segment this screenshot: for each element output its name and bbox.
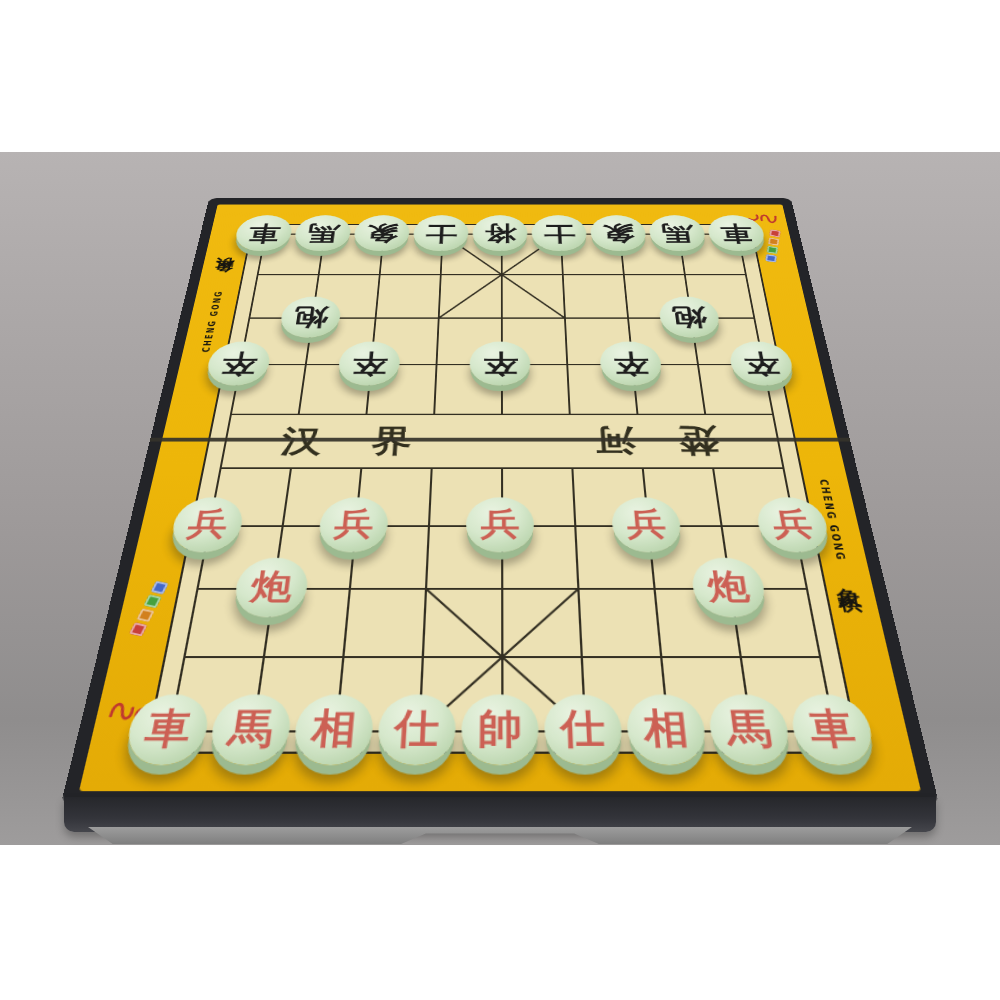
piece-red-馬[interactable]: 馬 [207,694,294,765]
piece-glyph: 炮 [291,297,331,338]
piece-black-将[interactable]: 将 [472,215,528,251]
piece-glyph: 帥 [477,694,522,765]
piece-glyph: 車 [244,215,283,251]
piece-glyph: 相 [641,694,692,765]
piece-black-馬[interactable]: 馬 [648,215,708,251]
piece-glyph: 仕 [393,694,441,765]
piece-black-卒[interactable]: 卒 [727,342,796,386]
piece-black-車[interactable]: 車 [706,215,768,251]
piece-red-仕[interactable]: 仕 [376,694,456,765]
piece-glyph: 馬 [223,694,278,765]
piece-glyph: 兵 [480,497,520,552]
photo-scene: CHENG GONG 象棋 CHENG GONG 象棋 [0,0,1000,1000]
piece-glyph: 兵 [768,497,818,552]
piece-black-馬[interactable]: 馬 [293,215,353,251]
piece-glyph: 兵 [624,497,669,552]
piece-black-士[interactable]: 士 [531,215,587,251]
piece-glyph: 相 [308,694,359,765]
piece-glyph: 兵 [331,497,376,552]
piece-glyph: 将 [484,215,516,251]
piece-glyph: 炮 [704,558,753,618]
piece-black-卒[interactable]: 卒 [204,342,273,386]
piece-red-相[interactable]: 相 [625,694,709,765]
piece-red-兵[interactable]: 兵 [465,497,534,552]
piece-red-兵[interactable]: 兵 [168,497,246,552]
piece-glyph: 馬 [722,694,777,765]
piece-glyph: 車 [139,694,197,765]
piece-glyph: 車 [803,694,861,765]
piece-black-炮[interactable]: 炮 [278,297,342,338]
piece-black-象[interactable]: 象 [589,215,647,251]
piece-glyph: 士 [543,215,576,251]
board-frame: CHENG GONG 象棋 CHENG GONG 象棋 [61,198,940,805]
piece-red-馬[interactable]: 馬 [706,694,793,765]
piece-black-卒[interactable]: 卒 [336,342,401,386]
piece-glyph: 馬 [304,215,341,251]
piece-black-炮[interactable]: 炮 [657,297,721,338]
piece-glyph: 炮 [670,297,710,338]
piece-glyph: 卒 [349,342,388,386]
piece-black-卒[interactable]: 卒 [469,342,531,386]
piece-red-兵[interactable]: 兵 [317,497,390,552]
piece-red-仕[interactable]: 仕 [544,694,624,765]
piece-glyph: 象 [601,215,636,251]
piece-glyph: 象 [364,215,399,251]
piece-glyph: 車 [717,215,756,251]
piece-glyph: 卒 [611,342,650,386]
piece-glyph: 兵 [182,497,232,552]
board-front-edge [64,797,936,832]
piece-black-車[interactable]: 車 [233,215,295,251]
piece-glyph: 卒 [217,342,260,386]
piece-red-車[interactable]: 車 [122,694,213,765]
piece-black-卒[interactable]: 卒 [599,342,664,386]
piece-glyph: 仕 [559,694,607,765]
piece-red-兵[interactable]: 兵 [754,497,832,552]
piece-glyph: 馬 [659,215,696,251]
piece-glyph: 炮 [247,558,296,618]
piece-glyph: 卒 [740,342,783,386]
piece-red-炮[interactable]: 炮 [231,558,310,618]
piece-black-象[interactable]: 象 [352,215,410,251]
piece-black-士[interactable]: 士 [412,215,468,251]
pieces-layer: 車馬象士将士象馬車炮炮卒卒卒卒卒兵兵兵兵兵炮炮車馬相仕帥仕相馬車 [61,198,940,805]
piece-red-帥[interactable]: 帥 [461,694,540,765]
piece-red-車[interactable]: 車 [787,694,878,765]
piece-glyph: 卒 [482,342,518,386]
piece-red-炮[interactable]: 炮 [689,558,768,618]
piece-glyph: 士 [424,215,457,251]
xiangqi-board: CHENG GONG 象棋 CHENG GONG 象棋 [61,198,940,805]
piece-red-相[interactable]: 相 [291,694,375,765]
piece-red-兵[interactable]: 兵 [610,497,683,552]
